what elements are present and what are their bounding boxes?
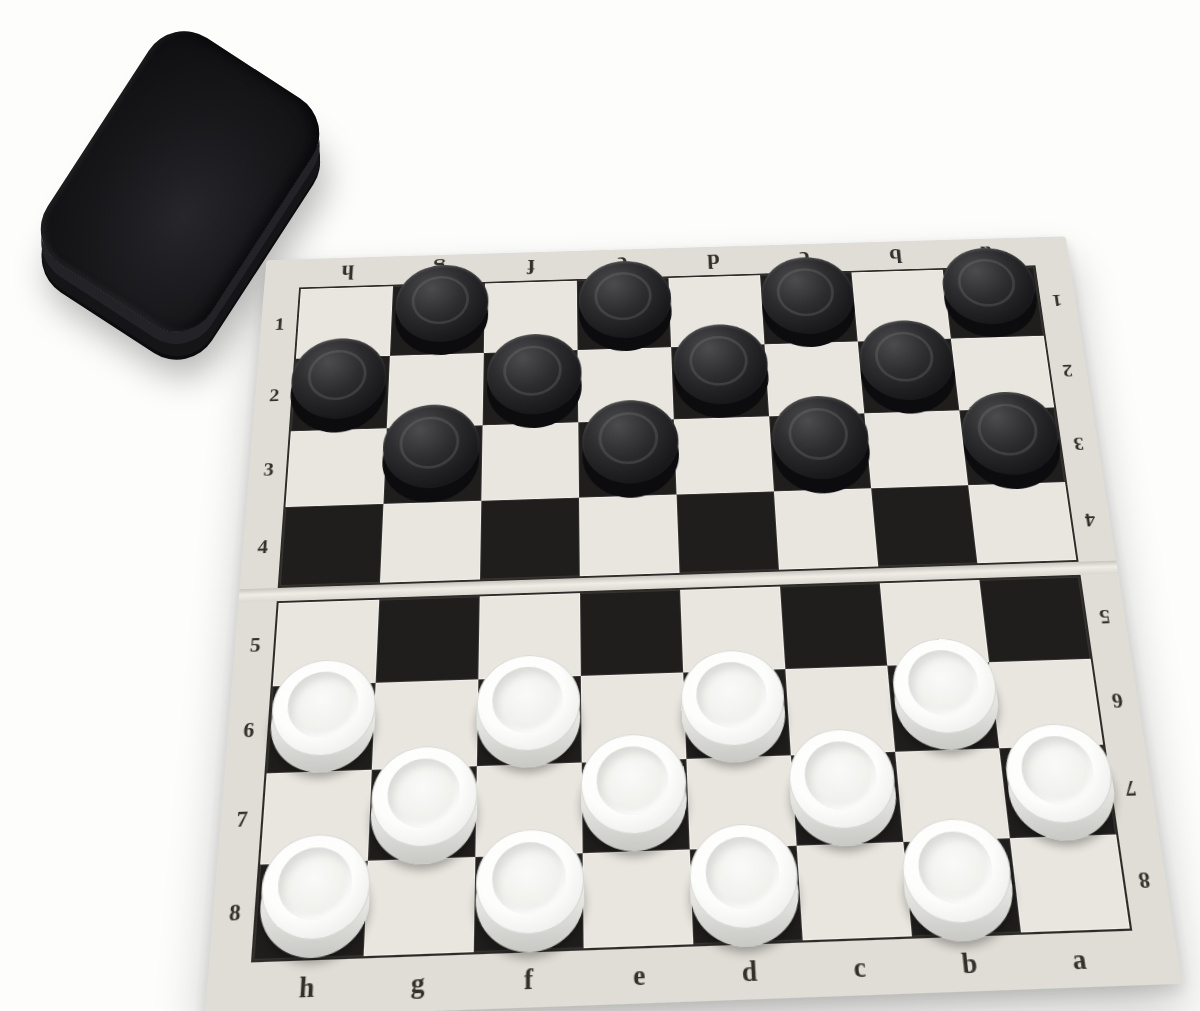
piece-white-d6[interactable]: ⛀	[679, 649, 788, 765]
file-label-bottom-d: d	[693, 943, 806, 1002]
piece-black-f2[interactable]: ⛂	[486, 333, 582, 430]
square-f4[interactable]	[480, 498, 580, 580]
piece-black-h2[interactable]: ⛂	[288, 337, 388, 434]
square-f3[interactable]	[481, 422, 579, 500]
piece-black-a3[interactable]: ⛂	[957, 390, 1065, 490]
square-f2[interactable]: ⛂	[483, 350, 579, 425]
square-c1[interactable]: ⛂	[760, 272, 858, 344]
file-label-bottom-g: g	[361, 954, 474, 1011]
square-g4[interactable]	[380, 501, 481, 583]
square-g5[interactable]	[376, 596, 480, 682]
piece-white-h8[interactable]: ⛀	[257, 833, 373, 960]
square-b4[interactable]	[871, 485, 977, 566]
square-a5[interactable]	[979, 577, 1090, 663]
square-g1[interactable]: ⛂	[390, 283, 485, 355]
piece-white-g7[interactable]: ⛀	[369, 744, 479, 866]
file-label-top-d: d	[667, 246, 760, 277]
square-f6[interactable]: ⛀	[477, 676, 582, 766]
file-label-top-f: f	[485, 251, 577, 282]
square-b8[interactable]: ⛀	[903, 838, 1021, 936]
file-label-top-b: b	[849, 240, 943, 271]
square-e3[interactable]: ⛂	[578, 419, 676, 497]
square-c7[interactable]: ⛀	[791, 752, 903, 846]
square-d3[interactable]	[674, 416, 774, 494]
piece-black-c3[interactable]: ⛂	[770, 395, 874, 495]
square-c4[interactable]	[774, 488, 878, 569]
piece-black-g3[interactable]: ⛂	[381, 403, 481, 504]
square-h3[interactable]	[285, 428, 386, 507]
square-e8[interactable]	[583, 849, 694, 948]
square-b6[interactable]: ⛀	[887, 662, 999, 752]
square-b3[interactable]	[864, 410, 968, 488]
square-g8[interactable]	[364, 857, 476, 956]
square-a4[interactable]	[968, 482, 1076, 563]
square-h4[interactable]	[280, 504, 384, 586]
square-g7[interactable]: ⛀	[368, 766, 477, 861]
square-f8[interactable]: ⛀	[474, 853, 584, 952]
square-e1[interactable]: ⛂	[577, 278, 671, 350]
file-label-bottom-a: a	[1021, 931, 1138, 990]
square-d6[interactable]: ⛀	[683, 669, 791, 759]
square-c8[interactable]	[797, 842, 912, 940]
piece-black-e1[interactable]: ⛂	[578, 260, 673, 353]
square-e7[interactable]: ⛀	[582, 759, 690, 853]
piece-black-g1[interactable]: ⛂	[394, 264, 489, 357]
checkers-board: hgfedcba hgfedcba 12345678 12345678 ⛂⛂⛂⛂…	[204, 236, 1182, 1011]
piece-white-a7[interactable]: ⛀	[1001, 722, 1121, 842]
square-d8[interactable]: ⛀	[690, 846, 803, 945]
board-half-bottom: ⛀⛀⛀⛀⛀⛀⛀⛀⛀⛀⛀⛀	[251, 575, 1132, 963]
file-label-bottom-e: e	[584, 947, 696, 1006]
square-c5[interactable]	[780, 583, 887, 669]
piece-white-b8[interactable]: ⛀	[898, 817, 1018, 943]
square-d2[interactable]: ⛂	[671, 344, 769, 419]
square-b2[interactable]: ⛂	[858, 339, 960, 414]
piece-black-a1[interactable]: ⛂	[938, 247, 1041, 339]
piece-white-d8[interactable]: ⛀	[688, 822, 802, 949]
square-e4[interactable]	[579, 495, 679, 577]
scene: hgfedcba hgfedcba 12345678 12345678 ⛂⛂⛂⛂…	[0, 0, 1200, 1011]
piece-black-e3[interactable]: ⛂	[582, 399, 681, 500]
square-a7[interactable]: ⛀	[999, 745, 1116, 839]
piece-white-e7[interactable]: ⛀	[580, 732, 688, 853]
file-label-bottom-h: h	[249, 958, 363, 1011]
square-g3[interactable]: ⛂	[383, 425, 482, 504]
file-label-bottom-f: f	[473, 950, 584, 1009]
square-a3[interactable]: ⛂	[959, 407, 1065, 485]
piece-black-b2[interactable]: ⛂	[856, 319, 960, 415]
piece-white-b6[interactable]: ⛀	[889, 637, 1003, 752]
square-e5[interactable]	[580, 590, 683, 676]
file-label-top-h: h	[301, 256, 394, 287]
square-h8[interactable]: ⛀	[253, 861, 367, 960]
piece-white-h6[interactable]: ⛀	[268, 658, 378, 774]
piece-white-c7[interactable]: ⛀	[786, 727, 900, 847]
piece-black-d2[interactable]: ⛂	[672, 323, 771, 419]
square-d4[interactable]	[677, 491, 779, 573]
board-perspective-wrap: hgfedcba hgfedcba 12345678 12345678 ⛂⛂⛂⛂…	[204, 236, 1182, 1011]
square-h2[interactable]: ⛂	[291, 356, 390, 431]
piece-white-f6[interactable]: ⛀	[476, 653, 581, 769]
file-label-bottom-b: b	[912, 935, 1028, 994]
piece-black-c1[interactable]: ⛂	[759, 256, 858, 348]
square-c3[interactable]: ⛂	[769, 413, 871, 491]
board-half-top: ⛂⛂⛂⛂⛂⛂⛂⛂⛂⛂⛂⛂	[278, 265, 1079, 588]
square-a8[interactable]	[1010, 834, 1130, 932]
square-a1[interactable]: ⛂	[943, 267, 1044, 339]
file-label-bottom-c: c	[803, 939, 917, 998]
piece-white-f8[interactable]: ⛀	[475, 827, 585, 954]
square-h6[interactable]: ⛀	[267, 683, 376, 774]
